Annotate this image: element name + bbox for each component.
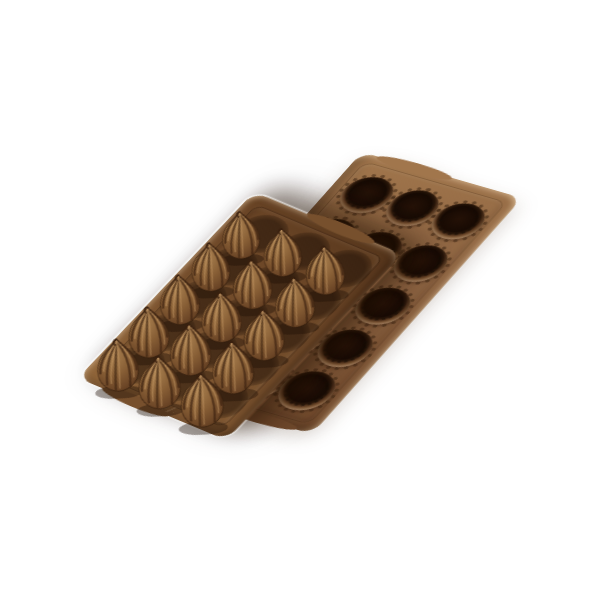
flame-bump [171, 369, 232, 436]
scene [0, 0, 600, 600]
